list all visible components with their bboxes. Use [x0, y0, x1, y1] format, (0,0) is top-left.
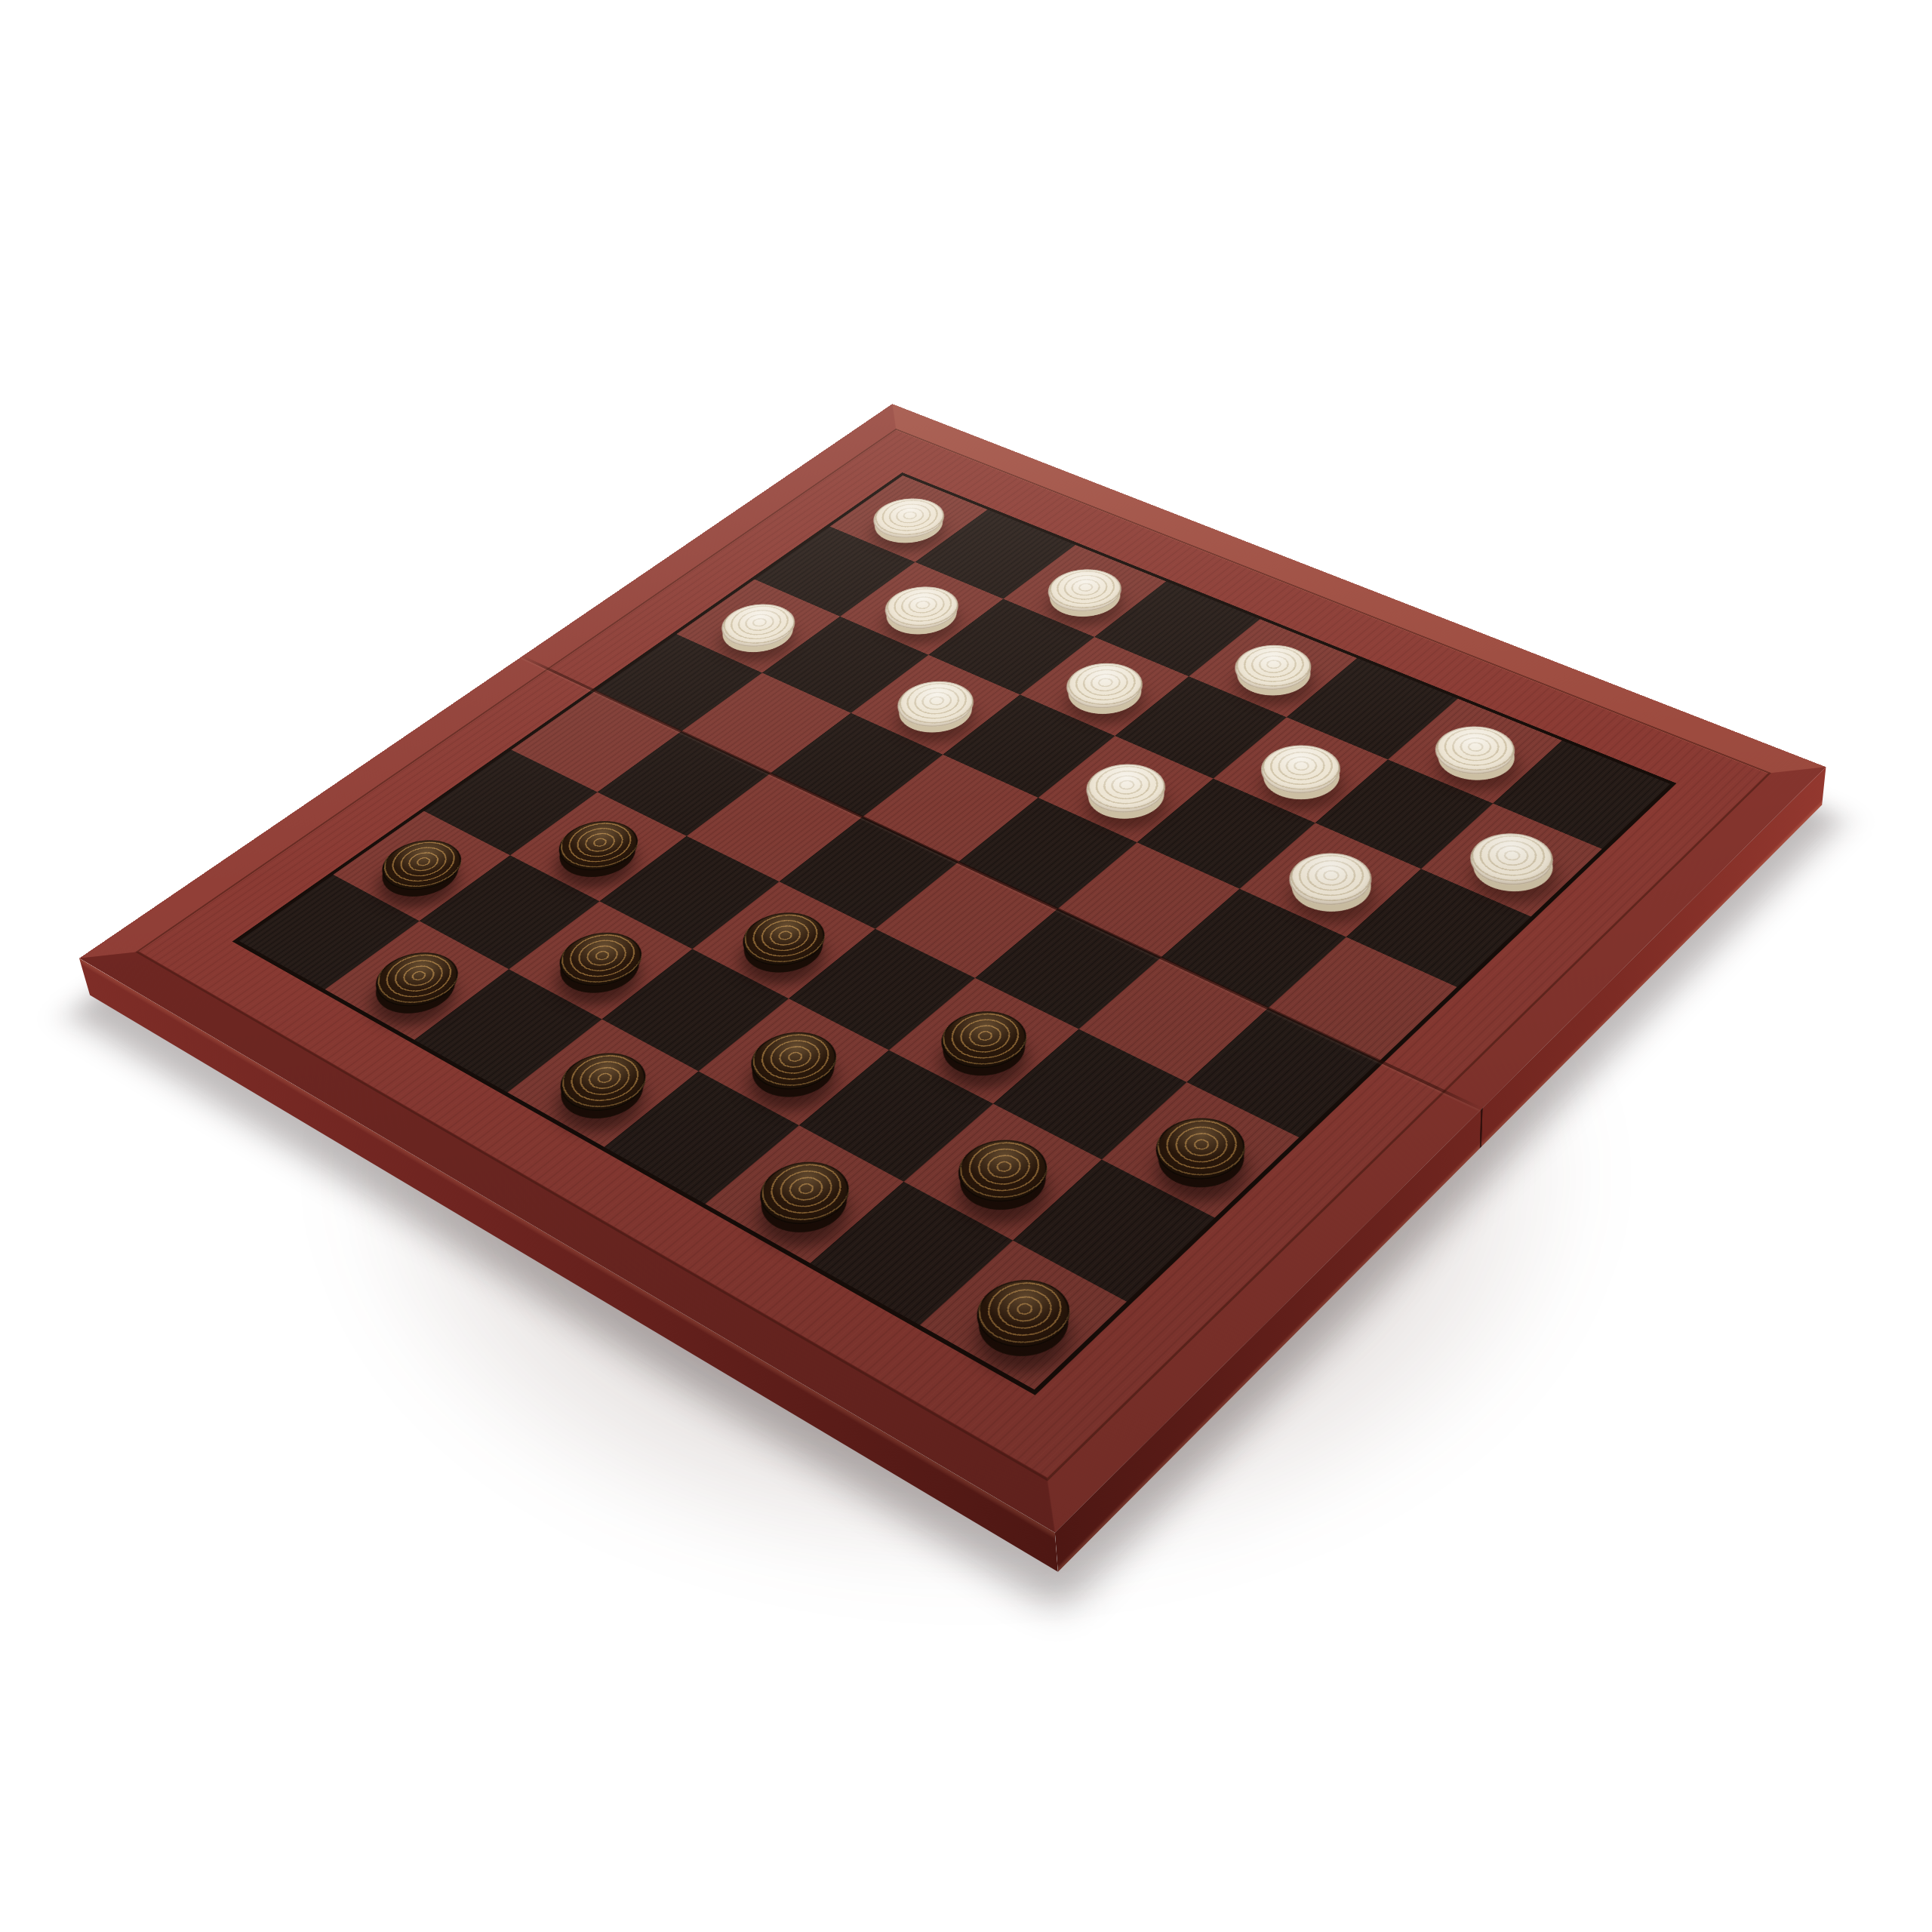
photo-stage: ⛀⛀⛀⛀⛀⛀⛀⛀⛀⛀⛀⛀⛂⛂⛂⛂⛂⛂⛂⛂⛂⛂⛂⛂: [0, 0, 1932, 1932]
cream-checker[interactable]: ⛀: [1051, 654, 1158, 717]
cream-checker[interactable]: ⛀: [706, 596, 810, 655]
cream-checker[interactable]: ⛀: [1420, 717, 1531, 783]
cream-checker[interactable]: ⛀: [1220, 637, 1326, 699]
cream-checker[interactable]: ⛀: [1033, 561, 1136, 620]
dark-checker[interactable]: ⛂: [543, 922, 658, 997]
cream-checker[interactable]: ⛀: [1454, 823, 1568, 895]
dark-checker[interactable]: ⛂: [726, 903, 841, 977]
dark-checker[interactable]: ⛂: [359, 942, 475, 1017]
dark-checker[interactable]: ⛂: [924, 1001, 1044, 1080]
dark-checker[interactable]: ⛂: [543, 811, 654, 880]
dark-checker[interactable]: ⛂: [1138, 1106, 1263, 1192]
dark-checker[interactable]: ⛂: [742, 1150, 867, 1237]
dark-checker[interactable]: ⛂: [366, 831, 478, 900]
cream-checker[interactable]: ⛀: [1273, 843, 1388, 915]
cream-checker[interactable]: ⛀: [1245, 736, 1355, 802]
dark-checker[interactable]: ⛂: [734, 1021, 854, 1101]
dark-checker[interactable]: ⛂: [940, 1128, 1066, 1214]
cream-checker[interactable]: ⛀: [1070, 755, 1180, 822]
cream-checker[interactable]: ⛀: [859, 491, 958, 546]
dark-checker[interactable]: ⛂: [958, 1267, 1088, 1361]
cream-checker[interactable]: ⛀: [882, 672, 989, 735]
dark-checker[interactable]: ⛂: [543, 1042, 663, 1123]
cream-checker[interactable]: ⛀: [870, 579, 973, 638]
